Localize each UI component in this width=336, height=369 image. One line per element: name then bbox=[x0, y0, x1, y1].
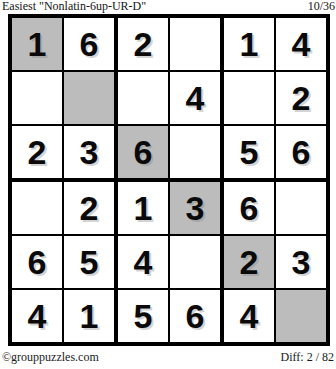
cell-r3c2[interactable]: 3 bbox=[64, 126, 118, 182]
cell-r5c4[interactable] bbox=[170, 236, 224, 290]
cell-r5c3[interactable]: 4 bbox=[118, 236, 170, 290]
cell-r6c3[interactable]: 5 bbox=[118, 290, 170, 342]
footer: ©grouppuzzles.com Diff: 2 / 82 bbox=[2, 350, 334, 364]
cell-r3c6[interactable]: 6 bbox=[276, 126, 326, 182]
given-counter: 10/36 bbox=[308, 0, 335, 13]
cell-r6c6[interactable] bbox=[276, 290, 326, 342]
cell-r1c1[interactable]: 1 bbox=[12, 18, 64, 72]
cell-r1c5[interactable]: 1 bbox=[224, 18, 276, 72]
difficulty-text: Diff: 2 / 82 bbox=[281, 350, 334, 364]
cell-r6c5[interactable]: 4 bbox=[224, 290, 276, 342]
cell-r2c1[interactable] bbox=[12, 72, 64, 126]
cell-r2c2[interactable] bbox=[64, 72, 118, 126]
cell-r6c2[interactable]: 1 bbox=[64, 290, 118, 342]
cell-r4c1[interactable] bbox=[12, 182, 64, 236]
cell-r2c6[interactable]: 2 bbox=[276, 72, 326, 126]
cell-r1c4[interactable] bbox=[170, 18, 224, 72]
cell-r2c4[interactable]: 4 bbox=[170, 72, 224, 126]
cell-r5c5[interactable]: 2 bbox=[224, 236, 276, 290]
cell-r3c1[interactable]: 2 bbox=[12, 126, 64, 182]
cell-r2c5[interactable] bbox=[224, 72, 276, 126]
cell-r4c6[interactable] bbox=[276, 182, 326, 236]
header: Easiest "Nonlatin-6up-UR-D" 10/36 bbox=[2, 0, 335, 13]
cell-r6c1[interactable]: 4 bbox=[12, 290, 64, 342]
cell-r5c6[interactable]: 3 bbox=[276, 236, 326, 290]
cell-r5c1[interactable]: 6 bbox=[12, 236, 64, 290]
cell-r2c3[interactable] bbox=[118, 72, 170, 126]
copyright-text: ©grouppuzzles.com bbox=[2, 350, 99, 364]
cell-r1c3[interactable]: 2 bbox=[118, 18, 170, 72]
cell-r3c3[interactable]: 6 bbox=[118, 126, 170, 182]
board: 16214422365621366542341564 bbox=[8, 14, 330, 346]
cell-r4c2[interactable]: 2 bbox=[64, 182, 118, 236]
puzzle-title: Easiest "Nonlatin-6up-UR-D" bbox=[2, 0, 146, 13]
cell-r1c2[interactable]: 6 bbox=[64, 18, 118, 72]
cell-r3c5[interactable]: 5 bbox=[224, 126, 276, 182]
cell-r5c2[interactable]: 5 bbox=[64, 236, 118, 290]
cell-r4c5[interactable]: 6 bbox=[224, 182, 276, 236]
cell-r4c4[interactable]: 3 bbox=[170, 182, 224, 236]
cell-r4c3[interactable]: 1 bbox=[118, 182, 170, 236]
cell-r6c4[interactable]: 6 bbox=[170, 290, 224, 342]
cell-r3c4[interactable] bbox=[170, 126, 224, 182]
cell-r1c6[interactable]: 4 bbox=[276, 18, 326, 72]
